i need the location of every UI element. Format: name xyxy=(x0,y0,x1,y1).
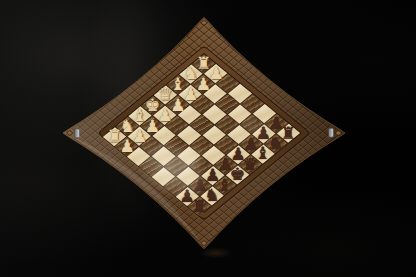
photo-scene: ♜♟♟♜♞♟♟♞♝♟♟♝♛♟♟♛♚♟♟♚♝♟♟♝♞♟♟♞♜♟♟♜ xyxy=(0,0,416,277)
metal-clasp-right[interactable] xyxy=(328,128,333,137)
metal-clasp-left[interactable] xyxy=(75,129,80,138)
black-rook[interactable]: ♜ xyxy=(192,198,207,215)
